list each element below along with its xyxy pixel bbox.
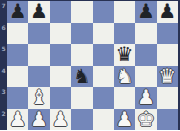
white-queen-h4[interactable]: ♛: [158, 66, 176, 88]
square-d3[interactable]: [71, 87, 92, 109]
square-d6[interactable]: [71, 23, 92, 45]
black-pawn-g7[interactable]: ♟: [137, 1, 155, 23]
square-h2[interactable]: [157, 109, 178, 131]
square-c5[interactable]: [50, 44, 71, 66]
black-knight-d4[interactable]: ♞: [73, 66, 91, 88]
square-f4[interactable]: ♞: [114, 66, 135, 88]
square-f6[interactable]: [114, 23, 135, 45]
square-g7[interactable]: ♟: [135, 1, 156, 23]
square-c3[interactable]: [50, 87, 71, 109]
square-c6[interactable]: [50, 23, 71, 45]
rank-label-4: 4: [0, 66, 7, 88]
square-f5[interactable]: ♛: [114, 44, 135, 66]
square-b5[interactable]: [28, 44, 49, 66]
white-knight-f4[interactable]: ♞: [116, 66, 134, 88]
square-g4[interactable]: [135, 66, 156, 88]
square-b4[interactable]: [28, 66, 49, 88]
white-bishop-b3[interactable]: ♝: [30, 87, 48, 109]
black-pawn-a7[interactable]: ♟: [9, 1, 27, 23]
square-e7[interactable]: [93, 1, 114, 23]
white-pawn-a2[interactable]: ♟: [9, 109, 27, 131]
square-a6[interactable]: [7, 23, 28, 45]
black-pawn-b7[interactable]: ♟: [30, 1, 48, 23]
square-h5[interactable]: [157, 44, 178, 66]
square-d2[interactable]: [71, 109, 92, 131]
white-pawn-g3[interactable]: ♟: [137, 87, 155, 109]
square-g2[interactable]: ♚: [135, 109, 156, 131]
rank-label-6: 6: [0, 23, 7, 45]
white-pawn-b2[interactable]: ♟: [30, 109, 48, 131]
square-h4[interactable]: ♛: [157, 66, 178, 88]
square-b3[interactable]: ♝: [28, 87, 49, 109]
white-pawn-c2[interactable]: ♟: [51, 109, 69, 131]
square-a4[interactable]: [7, 66, 28, 88]
square-d5[interactable]: [71, 44, 92, 66]
chess-board-window: 765432 ♟♟♟♟♛♞♞♛♝♟♟♟♟♟♚: [0, 0, 180, 130]
square-h6[interactable]: [157, 23, 178, 45]
square-e5[interactable]: [93, 44, 114, 66]
square-f3[interactable]: [114, 87, 135, 109]
chess-board[interactable]: ♟♟♟♟♛♞♞♛♝♟♟♟♟♟♚: [7, 1, 178, 130]
square-g5[interactable]: [135, 44, 156, 66]
square-e3[interactable]: [93, 87, 114, 109]
white-king-g2[interactable]: ♚: [137, 109, 155, 131]
square-e2[interactable]: [93, 109, 114, 131]
square-b7[interactable]: ♟: [28, 1, 49, 23]
square-b2[interactable]: ♟: [28, 109, 49, 131]
square-d7[interactable]: [71, 1, 92, 23]
square-a3[interactable]: [7, 87, 28, 109]
square-h3[interactable]: [157, 87, 178, 109]
square-b6[interactable]: [28, 23, 49, 45]
square-a2[interactable]: ♟: [7, 109, 28, 131]
square-d4[interactable]: ♞: [71, 66, 92, 88]
square-e6[interactable]: [93, 23, 114, 45]
black-pawn-h7[interactable]: ♟: [158, 1, 176, 23]
square-f2[interactable]: ♟: [114, 109, 135, 131]
rank-label-3: 3: [0, 87, 7, 109]
square-e4[interactable]: [93, 66, 114, 88]
rank-label-7: 7: [0, 1, 7, 23]
rank-label-5: 5: [0, 44, 7, 66]
white-pawn-f2[interactable]: ♟: [116, 109, 134, 131]
square-a5[interactable]: [7, 44, 28, 66]
square-f7[interactable]: [114, 1, 135, 23]
square-c2[interactable]: ♟: [50, 109, 71, 131]
black-queen-f5[interactable]: ♛: [116, 44, 134, 66]
rank-label-2: 2: [0, 109, 7, 131]
square-a7[interactable]: ♟: [7, 1, 28, 23]
square-g6[interactable]: [135, 23, 156, 45]
square-h7[interactable]: ♟: [157, 1, 178, 23]
square-c7[interactable]: [50, 1, 71, 23]
square-g3[interactable]: ♟: [135, 87, 156, 109]
square-c4[interactable]: [50, 66, 71, 88]
